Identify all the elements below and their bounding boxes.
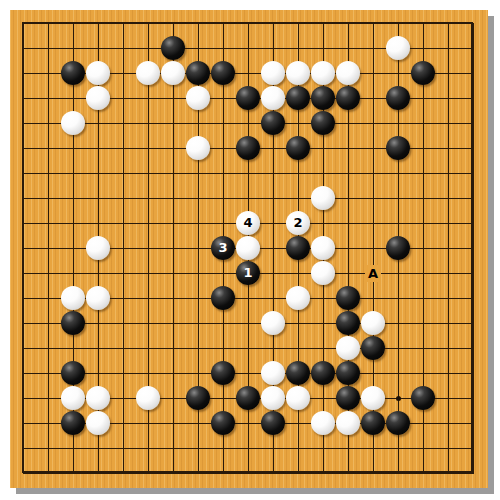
black-stone <box>211 61 235 85</box>
black-stone <box>386 411 410 435</box>
star-point <box>396 396 401 401</box>
white-stone <box>61 111 85 135</box>
white-stone <box>361 311 385 335</box>
grid-line-horizontal <box>23 323 474 324</box>
white-stone <box>186 136 210 160</box>
grid-line-vertical <box>473 23 474 474</box>
black-stone <box>336 311 360 335</box>
white-stone <box>286 61 310 85</box>
black-stone <box>261 411 285 435</box>
black-stone <box>286 236 310 260</box>
white-stone <box>311 236 335 260</box>
white-stone <box>86 286 110 310</box>
white-stone-move-2: 2 <box>286 211 310 235</box>
black-stone <box>261 111 285 135</box>
black-stone <box>311 361 335 385</box>
black-stone <box>236 136 260 160</box>
black-stone <box>386 236 410 260</box>
black-stone <box>211 286 235 310</box>
white-stone <box>386 36 410 60</box>
white-stone <box>236 236 260 260</box>
white-stone <box>311 261 335 285</box>
black-stone <box>236 386 260 410</box>
black-stone <box>61 361 85 385</box>
white-stone <box>136 61 160 85</box>
black-stone <box>286 86 310 110</box>
black-stone <box>286 136 310 160</box>
black-stone <box>311 111 335 135</box>
white-stone <box>186 86 210 110</box>
black-stone <box>286 361 310 385</box>
black-stone-move-3: 3 <box>211 236 235 260</box>
white-stone <box>86 61 110 85</box>
black-stone <box>61 61 85 85</box>
grid-line-vertical <box>448 23 449 474</box>
black-stone <box>386 136 410 160</box>
black-stone <box>311 86 335 110</box>
black-stone <box>186 386 210 410</box>
white-stone <box>261 86 285 110</box>
white-stone <box>286 386 310 410</box>
white-stone <box>336 61 360 85</box>
go-board[interactable]: 4231A <box>10 10 488 488</box>
white-stone <box>86 236 110 260</box>
white-stone <box>261 386 285 410</box>
white-stone <box>336 411 360 435</box>
black-stone <box>186 61 210 85</box>
white-stone <box>261 361 285 385</box>
black-stone <box>161 36 185 60</box>
point-label: A <box>365 265 381 282</box>
black-stone <box>361 411 385 435</box>
grid-line-horizontal <box>23 373 474 374</box>
black-stone <box>361 336 385 360</box>
white-stone <box>86 86 110 110</box>
white-stone <box>161 61 185 85</box>
grid-line-horizontal <box>23 448 474 449</box>
white-stone <box>286 286 310 310</box>
black-stone <box>336 86 360 110</box>
black-stone <box>411 61 435 85</box>
black-stone <box>61 311 85 335</box>
white-stone <box>361 386 385 410</box>
black-stone <box>411 386 435 410</box>
black-stone <box>211 361 235 385</box>
white-stone <box>336 336 360 360</box>
black-stone <box>211 411 235 435</box>
white-stone <box>311 186 335 210</box>
black-stone <box>386 86 410 110</box>
white-stone <box>261 311 285 335</box>
black-stone <box>336 286 360 310</box>
white-stone <box>61 386 85 410</box>
black-stone <box>61 411 85 435</box>
black-stone <box>236 86 260 110</box>
page-background: 4231A <box>0 0 500 500</box>
black-stone <box>336 386 360 410</box>
white-stone <box>261 61 285 85</box>
white-stone <box>86 386 110 410</box>
white-stone <box>311 411 335 435</box>
black-stone <box>336 361 360 385</box>
grid-line-horizontal <box>23 473 474 474</box>
black-stone-move-1: 1 <box>236 261 260 285</box>
white-stone <box>61 286 85 310</box>
grid-line-horizontal <box>23 348 474 349</box>
white-stone <box>86 411 110 435</box>
white-stone <box>311 61 335 85</box>
white-stone <box>136 386 160 410</box>
white-stone-move-4: 4 <box>236 211 260 235</box>
